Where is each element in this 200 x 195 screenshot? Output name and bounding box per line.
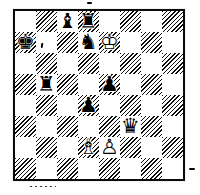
- square-e2[interactable]: ♟♙: [99, 137, 120, 158]
- square-d7[interactable]: ♞: [78, 32, 99, 53]
- square-c3[interactable]: [57, 116, 78, 137]
- square-h7[interactable]: [162, 32, 183, 53]
- square-c1[interactable]: [57, 158, 78, 179]
- square-h2[interactable]: [162, 137, 183, 158]
- square-e3[interactable]: [99, 116, 120, 137]
- square-e1[interactable]: [99, 158, 120, 179]
- square-d8[interactable]: ♜: [78, 11, 99, 32]
- square-a2[interactable]: [15, 137, 36, 158]
- square-e5[interactable]: ♟: [99, 74, 120, 95]
- square-d3[interactable]: [78, 116, 99, 137]
- ink-speck-bottom: [30, 186, 56, 187]
- square-a7[interactable]: ♚: [15, 32, 36, 53]
- square-b4[interactable]: [36, 95, 57, 116]
- square-h1[interactable]: [162, 158, 183, 179]
- square-c5[interactable]: [57, 74, 78, 95]
- square-f7[interactable]: [120, 32, 141, 53]
- square-f8[interactable]: [120, 11, 141, 32]
- square-h5[interactable]: [162, 74, 183, 95]
- black-knight-d7: ♞: [78, 32, 99, 53]
- square-a3[interactable]: [15, 116, 36, 137]
- white-bishop-fill-d2: ♝: [78, 137, 99, 158]
- square-h3[interactable]: [162, 116, 183, 137]
- square-g5[interactable]: [141, 74, 162, 95]
- white-pawn-e2: ♙: [99, 137, 120, 158]
- square-b1[interactable]: [36, 158, 57, 179]
- black-pawn-d4: ♟: [78, 95, 99, 116]
- square-d6[interactable]: [78, 53, 99, 74]
- black-bishop-c8: ♝: [57, 11, 78, 32]
- square-e4[interactable]: [99, 95, 120, 116]
- square-g7[interactable]: [141, 32, 162, 53]
- black-rook-d8: ♜: [78, 11, 99, 32]
- square-g4[interactable]: [141, 95, 162, 116]
- square-e8[interactable]: [99, 11, 120, 32]
- square-g6[interactable]: [141, 53, 162, 74]
- white-pawn-fill-e2: ♟: [99, 137, 120, 158]
- square-d1[interactable]: [78, 158, 99, 179]
- black-king-a7: ♚: [15, 32, 36, 53]
- square-b8[interactable]: [36, 11, 57, 32]
- square-c6[interactable]: [57, 53, 78, 74]
- square-a4[interactable]: [15, 95, 36, 116]
- square-b7[interactable]: [36, 32, 57, 53]
- square-g1[interactable]: [141, 158, 162, 179]
- square-a5[interactable]: [15, 74, 36, 95]
- square-b2[interactable]: [36, 137, 57, 158]
- square-a6[interactable]: [15, 53, 36, 74]
- square-e6[interactable]: [99, 53, 120, 74]
- black-pawn-e5: ♟: [99, 74, 120, 95]
- square-h8[interactable]: [162, 11, 183, 32]
- square-d5[interactable]: [78, 74, 99, 95]
- square-f6[interactable]: [120, 53, 141, 74]
- black-queen-f3: ♛: [120, 116, 141, 137]
- square-e7[interactable]: ♚♔: [99, 32, 120, 53]
- ink-speck-right: [189, 168, 195, 170]
- square-a1[interactable]: [15, 158, 36, 179]
- square-f3[interactable]: ♛: [120, 116, 141, 137]
- square-c4[interactable]: [57, 95, 78, 116]
- square-h4[interactable]: [162, 95, 183, 116]
- square-g8[interactable]: [141, 11, 162, 32]
- square-d2[interactable]: ♝♗: [78, 137, 99, 158]
- chess-diagram-page: ♝♜♚♞♚♔♜♟♟♛♝♗♟♙: [0, 0, 200, 195]
- white-king-e7: ♔: [99, 32, 120, 53]
- white-king-fill-e7: ♚: [99, 32, 120, 53]
- chess-board: ♝♜♚♞♚♔♜♟♟♛♝♗♟♙: [13, 9, 185, 181]
- square-f2[interactable]: [120, 137, 141, 158]
- square-f5[interactable]: [120, 74, 141, 95]
- square-c2[interactable]: [57, 137, 78, 158]
- square-f1[interactable]: [120, 158, 141, 179]
- square-d4[interactable]: ♟: [78, 95, 99, 116]
- white-bishop-d2: ♗: [78, 137, 99, 158]
- square-b3[interactable]: [36, 116, 57, 137]
- square-c8[interactable]: ♝: [57, 11, 78, 32]
- square-g2[interactable]: [141, 137, 162, 158]
- square-c7[interactable]: [57, 32, 78, 53]
- square-b5[interactable]: ♜: [36, 74, 57, 95]
- square-a8[interactable]: [15, 11, 36, 32]
- square-h6[interactable]: [162, 53, 183, 74]
- square-g3[interactable]: [141, 116, 162, 137]
- ink-speck-top: [87, 2, 92, 4]
- square-b6[interactable]: [36, 53, 57, 74]
- black-rook-b5: ♜: [36, 74, 57, 95]
- square-f4[interactable]: [120, 95, 141, 116]
